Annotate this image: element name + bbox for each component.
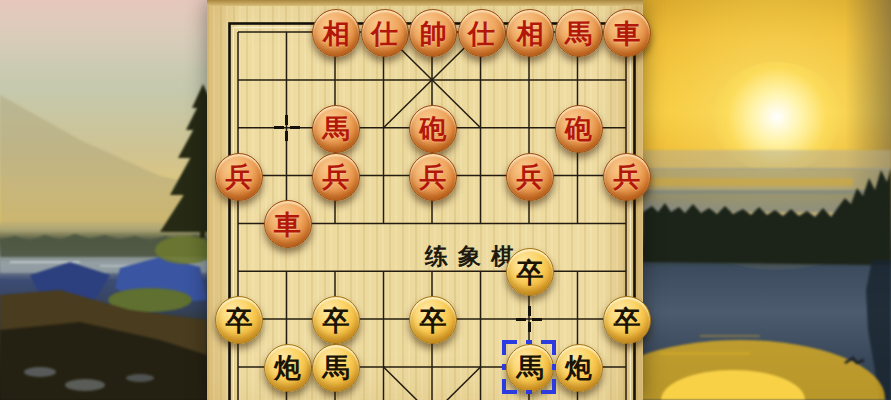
piece-red-soldier[interactable]: 兵 bbox=[215, 153, 263, 201]
piece-red-soldier[interactable]: 兵 bbox=[506, 153, 554, 201]
piece-black-cannon[interactable]: 炮 bbox=[555, 344, 603, 392]
piece-red-soldier[interactable]: 兵 bbox=[312, 153, 360, 201]
piece-black-horse[interactable]: 馬 bbox=[312, 344, 360, 392]
selected-piece-bracket bbox=[501, 339, 557, 395]
piece-red-horse[interactable]: 馬 bbox=[312, 105, 360, 153]
piece-red-elephant[interactable]: 相 bbox=[506, 9, 554, 57]
piece-red-cannon[interactable]: 砲 bbox=[555, 105, 603, 153]
move-origin-cross bbox=[274, 115, 300, 141]
move-origin-cross bbox=[516, 306, 542, 332]
piece-red-soldier[interactable]: 兵 bbox=[409, 153, 457, 201]
game-screen: 练象棋 相仕帥仕相馬車馬砲砲兵兵兵兵兵車卒卒卒卒卒炮馬馬炮 bbox=[0, 0, 891, 400]
piece-black-soldier[interactable]: 卒 bbox=[409, 296, 457, 344]
piece-black-soldier[interactable]: 卒 bbox=[312, 296, 360, 344]
piece-red-general[interactable]: 帥 bbox=[409, 9, 457, 57]
piece-black-cannon[interactable]: 炮 bbox=[264, 344, 312, 392]
pieces-layer: 相仕帥仕相馬車馬砲砲兵兵兵兵兵車卒卒卒卒卒炮馬馬炮 bbox=[0, 0, 891, 400]
piece-black-soldier[interactable]: 卒 bbox=[603, 296, 651, 344]
piece-black-soldier[interactable]: 卒 bbox=[215, 296, 263, 344]
piece-red-elephant[interactable]: 相 bbox=[312, 9, 360, 57]
piece-red-chariot[interactable]: 車 bbox=[603, 9, 651, 57]
piece-red-chariot[interactable]: 車 bbox=[264, 200, 312, 248]
piece-red-soldier[interactable]: 兵 bbox=[603, 153, 651, 201]
piece-red-advisor[interactable]: 仕 bbox=[361, 9, 409, 57]
piece-red-horse[interactable]: 馬 bbox=[555, 9, 603, 57]
piece-black-soldier[interactable]: 卒 bbox=[506, 248, 554, 296]
piece-red-cannon[interactable]: 砲 bbox=[409, 105, 457, 153]
piece-red-advisor[interactable]: 仕 bbox=[458, 9, 506, 57]
